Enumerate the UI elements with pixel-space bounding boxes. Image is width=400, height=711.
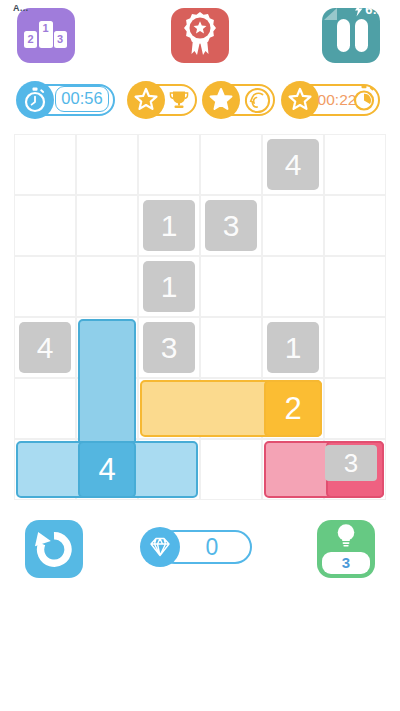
level-time-value: 00:56 bbox=[55, 86, 109, 112]
target-tile: 4 bbox=[267, 139, 319, 190]
board-cell[interactable] bbox=[324, 256, 386, 317]
board-cell[interactable] bbox=[324, 134, 386, 195]
leaderboard-button[interactable]: 2 1 3 bbox=[17, 8, 75, 63]
target-tile: 3 bbox=[205, 200, 257, 251]
board-cell[interactable] bbox=[200, 317, 262, 378]
board-cell[interactable] bbox=[262, 195, 324, 256]
board-cell[interactable] bbox=[14, 378, 76, 439]
blue-piece-origin[interactable]: 4 bbox=[78, 441, 136, 498]
star-icon bbox=[281, 81, 319, 119]
board-cell[interactable] bbox=[262, 256, 324, 317]
board-cell[interactable] bbox=[200, 134, 262, 195]
board-cell[interactable] bbox=[14, 195, 76, 256]
hint-button[interactable]: 3 bbox=[317, 520, 375, 578]
yellow-piece-origin[interactable]: 2 bbox=[264, 380, 322, 437]
target-tile: 1 bbox=[143, 261, 195, 312]
board-cell[interactable] bbox=[138, 134, 200, 195]
target-tile: 3 bbox=[143, 322, 195, 373]
badge-goal-trophy bbox=[128, 83, 197, 117]
podium-rank-1: 1 bbox=[39, 21, 53, 48]
target-tile: 1 bbox=[143, 200, 195, 251]
stopwatch-icon bbox=[350, 84, 378, 115]
board-cell[interactable] bbox=[324, 317, 386, 378]
target-tile: 1 bbox=[267, 322, 319, 373]
board-cell[interactable] bbox=[76, 134, 138, 195]
target-tile: 3 bbox=[325, 445, 377, 481]
lightbulb-icon bbox=[331, 522, 361, 550]
status-notification-icon: A… bbox=[13, 3, 29, 13]
rosette-medal-icon bbox=[182, 12, 218, 58]
status-clock: 6:1 bbox=[354, 2, 384, 17]
restart-arrow-icon bbox=[35, 530, 73, 568]
star-icon bbox=[127, 81, 165, 119]
board-cell[interactable] bbox=[200, 256, 262, 317]
board-cell[interactable] bbox=[324, 195, 386, 256]
gem-icon[interactable] bbox=[140, 527, 180, 567]
restart-button[interactable] bbox=[25, 520, 83, 578]
board-cell[interactable] bbox=[324, 378, 386, 439]
pause-bar-right-icon bbox=[355, 19, 368, 52]
star-icon bbox=[202, 81, 240, 119]
battery-bolt-icon bbox=[354, 3, 363, 17]
target-tile: 4 bbox=[19, 322, 71, 373]
trophy-icon bbox=[169, 90, 189, 110]
badge-goal-time: 00:22 bbox=[282, 83, 380, 117]
podium-rank-3: 3 bbox=[54, 31, 67, 48]
board-cell[interactable] bbox=[14, 256, 76, 317]
podium-icon: 2 1 3 bbox=[24, 21, 68, 50]
achievements-button[interactable] bbox=[171, 8, 229, 63]
board-cell[interactable] bbox=[76, 256, 138, 317]
hint-counter: 3 bbox=[322, 552, 370, 574]
status-time: 6:1 bbox=[365, 2, 384, 17]
board-cell[interactable] bbox=[200, 439, 262, 500]
badge-level-timer: 00:56 bbox=[17, 83, 115, 117]
badge-goal-no-hints bbox=[203, 83, 275, 117]
thinking-head-icon bbox=[244, 87, 271, 114]
pause-bar-left-icon bbox=[337, 19, 350, 52]
stopwatch-icon bbox=[16, 81, 54, 119]
podium-rank-2: 2 bbox=[24, 31, 37, 48]
board: 4131431423 bbox=[14, 134, 386, 500]
board-cell[interactable] bbox=[14, 134, 76, 195]
board-cell[interactable] bbox=[76, 195, 138, 256]
